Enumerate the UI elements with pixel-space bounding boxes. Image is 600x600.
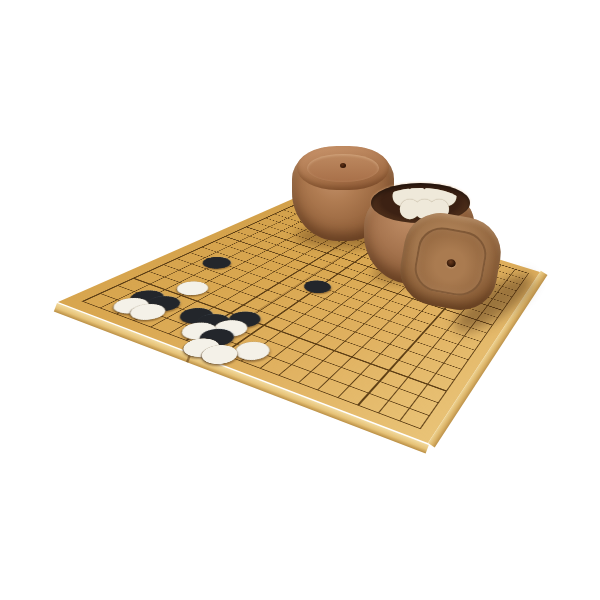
closed-bowl-lid	[297, 146, 389, 190]
product-photo-stage: ●●●●●●●●●●●●●●●● ●●●●●●●	[0, 0, 600, 600]
